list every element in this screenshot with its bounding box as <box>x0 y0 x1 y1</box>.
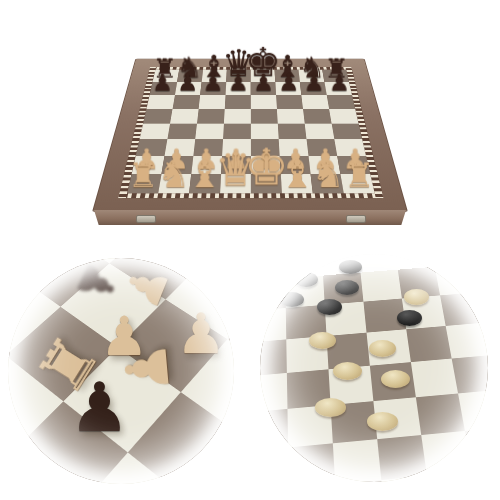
square-h4 <box>332 124 363 140</box>
square-b6 <box>173 95 201 109</box>
product-photo: ♜♞♝♛♚♝♞♜♟♟♟♟♟♟♟♟♟♟♟♟♟♟♟♟♜♞♝♛♚♝♞♜ ♟♟♟♜♟♟♟ <box>0 0 500 500</box>
square-f7: ♟ <box>275 82 301 95</box>
board-front-edge <box>94 210 406 225</box>
checker-disc-light <box>404 289 429 305</box>
square-f4 <box>278 124 307 140</box>
square-e6 <box>251 95 277 109</box>
checker-disc-black <box>397 310 422 326</box>
chess-board-plane: ♜♞♝♛♚♝♞♜♟♟♟♟♟♟♟♟♟♟♟♟♟♟♟♟♜♞♝♛♚♝♞♜ <box>92 59 408 212</box>
square-b5 <box>170 109 199 124</box>
square-g6 <box>301 95 329 109</box>
checker-disc-black <box>280 292 304 307</box>
hinge-icon <box>136 215 156 223</box>
board-grid: ♜♞♝♛♚♝♞♜♟♟♟♟♟♟♟♟♟♟♟♟♟♟♟♟♜♞♝♛♚♝♞♜ <box>127 70 374 193</box>
square-e4 <box>251 124 279 140</box>
checker-disc-light <box>315 398 346 417</box>
square-e7: ♟ <box>251 82 276 95</box>
square-b7: ♟ <box>175 82 202 95</box>
square-f1: ♝ <box>281 174 313 193</box>
inset-checkers-board-surface <box>260 256 488 482</box>
inset-piece-light-pawn-standing: ♟ <box>176 306 226 362</box>
square-b1: ♞ <box>158 174 191 193</box>
piece-dark-pawn: ♟ <box>253 71 274 95</box>
checker-disc-black <box>335 280 359 295</box>
piece-dark-pawn: ♟ <box>303 71 324 95</box>
checker-disc-black <box>317 299 342 315</box>
square-f6 <box>276 95 303 109</box>
mosaic-border: ♜♞♝♛♚♝♞♜♟♟♟♟♟♟♟♟♟♟♟♟♟♟♟♟♜♞♝♛♚♝♞♜ <box>118 67 383 198</box>
checker-disc-light <box>333 362 362 380</box>
square-g4 <box>305 124 335 140</box>
inset-piece-dark-pawn-standing: ♟ <box>69 374 130 442</box>
square-g1: ♞ <box>311 174 344 193</box>
hinge-icon <box>346 215 366 223</box>
piece-dark-pawn: ♟ <box>228 71 249 95</box>
square-c6 <box>199 95 226 109</box>
checker-disc-light <box>381 370 410 388</box>
square-d7: ♟ <box>225 82 250 95</box>
piece-dark-pawn: ♟ <box>278 71 299 95</box>
piece-light-rook: ♜ <box>344 159 374 193</box>
main-chess-board: ♜♞♝♛♚♝♞♜♟♟♟♟♟♟♟♟♟♟♟♟♟♟♟♟♜♞♝♛♚♝♞♜ <box>92 0 408 212</box>
square-f5 <box>277 109 305 124</box>
square-e1: ♚ <box>251 174 282 193</box>
square-d6 <box>225 95 251 109</box>
inset-chess-closeup: ♟♟♟♜♟♟♟ <box>8 258 234 484</box>
checker-disc-light <box>309 332 336 349</box>
square-h6 <box>327 95 355 109</box>
checker-disc-light <box>369 340 396 357</box>
checker-disc-light <box>367 412 398 431</box>
mosaic-strip-bottom <box>118 193 383 198</box>
square-a7: ♟ <box>150 82 178 95</box>
piece-light-bishop: ♝ <box>280 154 315 193</box>
square-b4 <box>167 124 197 140</box>
square-a4 <box>140 124 170 140</box>
square-h7: ♟ <box>324 82 352 95</box>
square-g5 <box>303 109 332 124</box>
square-g7: ♟ <box>300 82 327 95</box>
checker-disc-black <box>294 272 318 287</box>
piece-dark-pawn: ♟ <box>202 71 223 95</box>
square-h5 <box>329 109 358 124</box>
square-d5 <box>224 109 251 124</box>
inset-checkers-closeup <box>260 254 488 482</box>
square-c4 <box>195 124 224 140</box>
square-c7: ♟ <box>200 82 226 95</box>
piece-light-knight: ♞ <box>312 156 345 193</box>
square-a5 <box>143 109 172 124</box>
piece-dark-pawn: ♟ <box>329 71 350 95</box>
square-h1: ♜ <box>340 174 374 193</box>
square-d4 <box>223 124 251 140</box>
piece-dark-pawn: ♟ <box>152 71 173 95</box>
square-c5 <box>197 109 225 124</box>
piece-light-knight: ♞ <box>157 156 190 193</box>
piece-dark-pawn: ♟ <box>177 71 198 95</box>
inset-checkers-squares <box>260 256 488 482</box>
checker-disc-black <box>339 260 362 274</box>
piece-light-rook: ♜ <box>128 159 158 193</box>
square-e5 <box>251 109 278 124</box>
square-a6 <box>146 95 174 109</box>
